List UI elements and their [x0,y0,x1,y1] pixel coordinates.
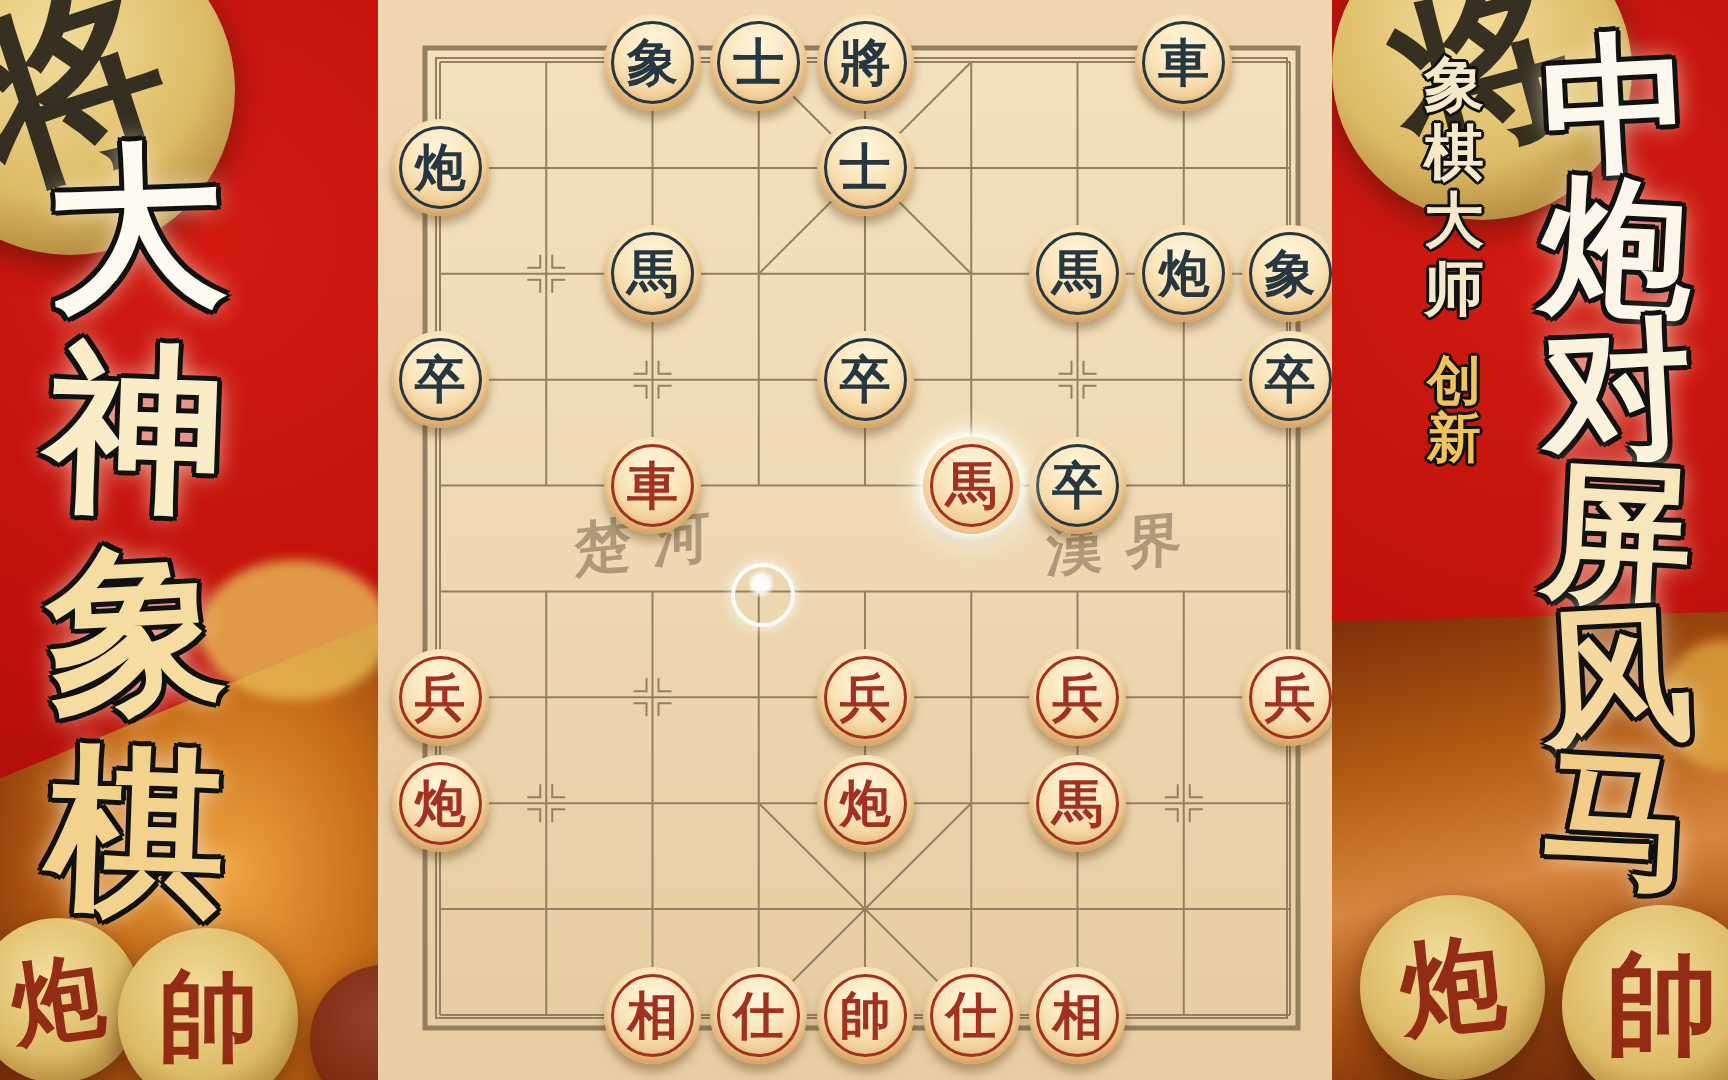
piece-ring: 卒 [1036,444,1119,527]
title-char: 大 [1410,186,1498,254]
piece-black-f4r1[interactable]: 士 [817,119,914,216]
piece-character: 兵 [1052,672,1103,723]
piece-character: 車 [627,460,678,511]
piece-red-f6r7[interactable]: 馬 [1029,755,1126,852]
piece-ring: 仕 [717,974,800,1057]
piece-ring: 馬 [930,444,1013,527]
piece-ring: 士 [824,126,907,209]
piece-ring: 炮 [399,126,482,209]
piece-character: 馬 [1052,248,1103,299]
title-char: 棋 [19,727,254,936]
photo-piece-cannon: 炮 [1360,895,1545,1080]
piece-black-f2r0[interactable]: 象 [604,14,701,111]
title-char: 风 [1500,600,1728,755]
piece-character: 士 [840,142,891,193]
piece-ring: 炮 [824,762,907,845]
piece-ring: 象 [1249,232,1332,315]
piece-red-f4r9[interactable]: 帥 [817,967,914,1064]
piece-character: 兵 [1265,672,1316,723]
piece-ring: 卒 [824,338,907,421]
piece-character: 馬 [946,460,997,511]
title-char: 棋 [1410,118,1498,186]
piece-black-f8r3[interactable]: 卒 [1242,331,1333,428]
piece-black-f3r0[interactable]: 士 [710,14,807,111]
piece-ring: 相 [1036,974,1119,1057]
title-char: 创 [1410,352,1498,409]
piece-character: 相 [1052,990,1103,1041]
piece-ring: 帥 [824,974,907,1057]
piece-red-f3r9[interactable]: 仕 [710,967,807,1064]
title-char: 象 [17,524,255,737]
title-char: 神 [19,325,254,534]
title-char: 新 [1410,409,1498,466]
piece-red-f2r4[interactable]: 車 [604,437,701,534]
piece-ring: 卒 [399,338,482,421]
right-main-title: 中炮对屏风马 [1504,34,1728,892]
piece-red-f0r7[interactable]: 炮 [392,755,489,852]
piece-red-f2r9[interactable]: 相 [604,967,701,1064]
piece-red-f5r9[interactable]: 仕 [923,967,1020,1064]
piece-ring: 象 [611,21,694,104]
piece-black-f2r2[interactable]: 馬 [604,225,701,322]
thumbnail-stage: 将 炮 帥 大神象棋 楚河 漢界 象士將車炮士馬馬炮象卒卒 [0,0,1728,1080]
piece-character: 卒 [840,354,891,405]
piece-red-f4r7[interactable]: 炮 [817,755,914,852]
piece-ring: 仕 [930,974,1013,1057]
piece-ring: 兵 [824,656,907,739]
last-move-from-marker [731,563,795,627]
piece-ring: 車 [611,444,694,527]
title-char: 象 [1410,50,1498,118]
piece-ring: 馬 [611,232,694,315]
piece-ring: 將 [824,21,907,104]
piece-character: 車 [1158,37,1209,88]
piece-black-f6r2[interactable]: 馬 [1029,225,1126,322]
piece-character: 卒 [1052,460,1103,511]
piece-character: 兵 [840,672,891,723]
right-panel: 将 炮 帥 象棋大师 创新 中炮对屏风马 [1332,0,1728,1080]
piece-black-f0r3[interactable]: 卒 [392,331,489,428]
piece-character: 兵 [415,672,466,723]
piece-ring: 卒 [1249,338,1332,421]
title-char: 炮 [1500,171,1728,326]
piece-black-f4r0[interactable]: 將 [817,14,914,111]
piece-character: 馬 [1052,778,1103,829]
piece-character: 炮 [415,778,466,829]
title-char: 中 [1500,28,1728,183]
piece-character: 仕 [946,990,997,1041]
piece-ring: 兵 [1249,656,1332,739]
piece-ring: 馬 [1036,762,1119,845]
piece-character: 帥 [840,990,891,1041]
piece-ring: 馬 [1036,232,1119,315]
piece-character: 馬 [627,248,678,299]
piece-red-f4r6[interactable]: 兵 [817,649,914,746]
xiangqi-board[interactable]: 楚河 漢界 象士將車炮士馬馬炮象卒卒卒卒車馬兵兵兵兵炮炮馬相仕帥仕相 [378,0,1332,1080]
piece-black-f6r4[interactable]: 卒 [1029,437,1126,534]
piece-character: 卒 [1265,354,1316,405]
piece-ring: 炮 [1142,232,1225,315]
piece-ring: 相 [611,974,694,1057]
piece-black-f7r0[interactable]: 車 [1135,14,1232,111]
piece-character: 炮 [1158,248,1209,299]
piece-character: 仕 [733,990,784,1041]
title-char: 马 [1500,743,1728,898]
piece-red-f8r6[interactable]: 兵 [1242,649,1333,746]
title-char: 屏 [1500,457,1728,612]
piece-black-f4r3[interactable]: 卒 [817,331,914,428]
piece-character: 象 [627,37,678,88]
right-subtitle2: 创新 [1410,352,1498,466]
left-title: 大神象棋 [22,128,250,932]
piece-character: 相 [627,990,678,1041]
right-subtitle: 象棋大师 [1410,50,1498,322]
piece-ring: 兵 [1036,656,1119,739]
left-panel: 将 炮 帥 大神象棋 [0,0,378,1080]
piece-black-f0r1[interactable]: 炮 [392,119,489,216]
piece-character: 將 [840,37,891,88]
piece-ring: 兵 [399,656,482,739]
title-char: 大 [19,124,254,333]
piece-ring: 車 [1142,21,1225,104]
title-char: 对 [1500,314,1728,469]
piece-character: 象 [1265,248,1316,299]
piece-character: 炮 [840,778,891,829]
piece-character: 卒 [415,354,466,405]
title-char: 师 [1410,254,1498,322]
piece-red-f0r6[interactable]: 兵 [392,649,489,746]
piece-ring: 炮 [399,762,482,845]
piece-red-f6r9[interactable]: 相 [1029,967,1126,1064]
piece-red-f5r4[interactable]: 馬 [923,437,1020,534]
piece-ring: 士 [717,21,800,104]
piece-black-f7r2[interactable]: 炮 [1135,225,1232,322]
piece-character: 士 [733,37,784,88]
piece-red-f6r6[interactable]: 兵 [1029,649,1126,746]
piece-character: 炮 [415,142,466,193]
